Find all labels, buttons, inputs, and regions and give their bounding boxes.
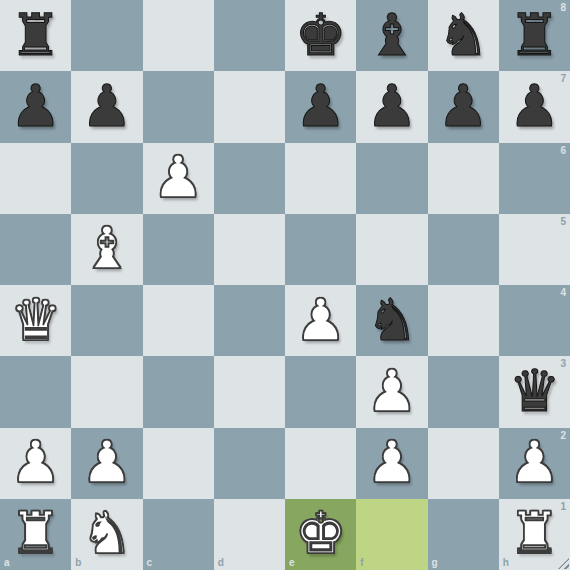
square-f5[interactable] xyxy=(356,214,427,285)
piece-black-bishop[interactable]: ♝ xyxy=(366,6,418,64)
square-d5[interactable] xyxy=(214,214,285,285)
piece-black-pawn[interactable]: ♟ xyxy=(295,77,347,135)
square-g6[interactable] xyxy=(428,143,499,214)
square-d7[interactable] xyxy=(214,71,285,142)
square-c8[interactable] xyxy=(143,0,214,71)
square-c7[interactable] xyxy=(143,71,214,142)
square-e3[interactable] xyxy=(285,356,356,427)
square-g5[interactable] xyxy=(428,214,499,285)
file-label-e: e xyxy=(289,558,295,568)
square-b3[interactable] xyxy=(71,356,142,427)
piece-white-pawn[interactable]: ♟ xyxy=(10,433,62,491)
file-label-a: a xyxy=(4,558,10,568)
piece-white-pawn[interactable]: ♟ xyxy=(152,148,204,206)
piece-white-pawn[interactable]: ♟ xyxy=(81,433,133,491)
square-h2[interactable]: ♟2 xyxy=(499,428,570,499)
square-d2[interactable] xyxy=(214,428,285,499)
piece-black-pawn[interactable]: ♟ xyxy=(366,77,418,135)
piece-white-bishop[interactable]: ♝ xyxy=(81,219,133,277)
square-d4[interactable] xyxy=(214,285,285,356)
square-c3[interactable] xyxy=(143,356,214,427)
square-h8[interactable]: ♜8 xyxy=(499,0,570,71)
square-a3[interactable] xyxy=(0,356,71,427)
piece-black-pawn[interactable]: ♟ xyxy=(508,77,560,135)
square-c2[interactable] xyxy=(143,428,214,499)
piece-black-knight[interactable]: ♞ xyxy=(366,291,418,349)
piece-black-king[interactable]: ♚ xyxy=(295,6,347,64)
square-a2[interactable]: ♟ xyxy=(0,428,71,499)
piece-white-pawn[interactable]: ♟ xyxy=(295,291,347,349)
square-h1[interactable]: ♜1h xyxy=(499,499,570,570)
piece-black-rook[interactable]: ♜ xyxy=(508,6,560,64)
square-g1[interactable]: g xyxy=(428,499,499,570)
square-e2[interactable] xyxy=(285,428,356,499)
square-b6[interactable] xyxy=(71,143,142,214)
square-g3[interactable] xyxy=(428,356,499,427)
square-d1[interactable]: d xyxy=(214,499,285,570)
rank-label-3: 3 xyxy=(560,359,566,369)
square-a7[interactable]: ♟ xyxy=(0,71,71,142)
square-a5[interactable] xyxy=(0,214,71,285)
piece-white-pawn[interactable]: ♟ xyxy=(366,362,418,420)
square-f6[interactable] xyxy=(356,143,427,214)
file-label-d: d xyxy=(218,558,224,568)
square-b7[interactable]: ♟ xyxy=(71,71,142,142)
square-b8[interactable] xyxy=(71,0,142,71)
piece-white-pawn[interactable]: ♟ xyxy=(366,433,418,491)
piece-black-rook[interactable]: ♜ xyxy=(10,6,62,64)
square-g2[interactable] xyxy=(428,428,499,499)
piece-white-knight[interactable]: ♞ xyxy=(81,504,133,562)
rank-label-6: 6 xyxy=(560,146,566,156)
square-f8[interactable]: ♝ xyxy=(356,0,427,71)
square-e8[interactable]: ♚ xyxy=(285,0,356,71)
square-a4[interactable]: ♛ xyxy=(0,285,71,356)
piece-white-rook[interactable]: ♜ xyxy=(10,504,62,562)
square-e6[interactable] xyxy=(285,143,356,214)
square-f3[interactable]: ♟ xyxy=(356,356,427,427)
rank-label-7: 7 xyxy=(560,74,566,84)
file-label-c: c xyxy=(147,558,153,568)
square-h6[interactable]: 6 xyxy=(499,143,570,214)
square-a8[interactable]: ♜ xyxy=(0,0,71,71)
rank-label-2: 2 xyxy=(560,431,566,441)
square-d3[interactable] xyxy=(214,356,285,427)
square-c5[interactable] xyxy=(143,214,214,285)
square-f1[interactable]: f xyxy=(356,499,427,570)
square-a6[interactable] xyxy=(0,143,71,214)
square-c6[interactable]: ♟ xyxy=(143,143,214,214)
square-d8[interactable] xyxy=(214,0,285,71)
piece-black-pawn[interactable]: ♟ xyxy=(437,77,489,135)
square-b4[interactable] xyxy=(71,285,142,356)
square-g8[interactable]: ♞ xyxy=(428,0,499,71)
piece-white-queen[interactable]: ♛ xyxy=(10,291,62,349)
file-label-g: g xyxy=(432,558,438,568)
rank-label-5: 5 xyxy=(560,217,566,227)
piece-black-pawn[interactable]: ♟ xyxy=(10,77,62,135)
rank-label-4: 4 xyxy=(560,288,566,298)
square-e7[interactable]: ♟ xyxy=(285,71,356,142)
square-f7[interactable]: ♟ xyxy=(356,71,427,142)
piece-white-rook[interactable]: ♜ xyxy=(508,504,560,562)
square-d6[interactable] xyxy=(214,143,285,214)
square-e5[interactable] xyxy=(285,214,356,285)
square-b1[interactable]: ♞b xyxy=(71,499,142,570)
chess-board: ♜♚♝♞♜8♟♟♟♟♟♟7♟6♝5♛♟♞4♟♛3♟♟♟♟2♜a♞bcd♚efg♜… xyxy=(0,0,570,570)
file-label-b: b xyxy=(75,558,81,568)
piece-black-queen[interactable]: ♛ xyxy=(508,362,560,420)
square-f2[interactable]: ♟ xyxy=(356,428,427,499)
square-c4[interactable] xyxy=(143,285,214,356)
square-b5[interactable]: ♝ xyxy=(71,214,142,285)
square-b2[interactable]: ♟ xyxy=(71,428,142,499)
file-label-f: f xyxy=(360,558,363,568)
piece-black-knight[interactable]: ♞ xyxy=(437,6,489,64)
rank-label-8: 8 xyxy=(560,3,566,13)
square-e4[interactable]: ♟ xyxy=(285,285,356,356)
piece-white-king[interactable]: ♚ xyxy=(295,504,347,562)
square-g7[interactable]: ♟ xyxy=(428,71,499,142)
file-label-h: h xyxy=(503,558,509,568)
square-g4[interactable] xyxy=(428,285,499,356)
square-c1[interactable]: c xyxy=(143,499,214,570)
rank-label-1: 1 xyxy=(560,502,566,512)
piece-black-pawn[interactable]: ♟ xyxy=(81,77,133,135)
square-h7[interactable]: ♟7 xyxy=(499,71,570,142)
piece-white-pawn[interactable]: ♟ xyxy=(508,433,560,491)
square-h3[interactable]: ♛3 xyxy=(499,356,570,427)
square-a1[interactable]: ♜a xyxy=(0,499,71,570)
square-h5[interactable]: 5 xyxy=(499,214,570,285)
square-h4[interactable]: 4 xyxy=(499,285,570,356)
square-f4[interactable]: ♞ xyxy=(356,285,427,356)
square-e1[interactable]: ♚e xyxy=(285,499,356,570)
